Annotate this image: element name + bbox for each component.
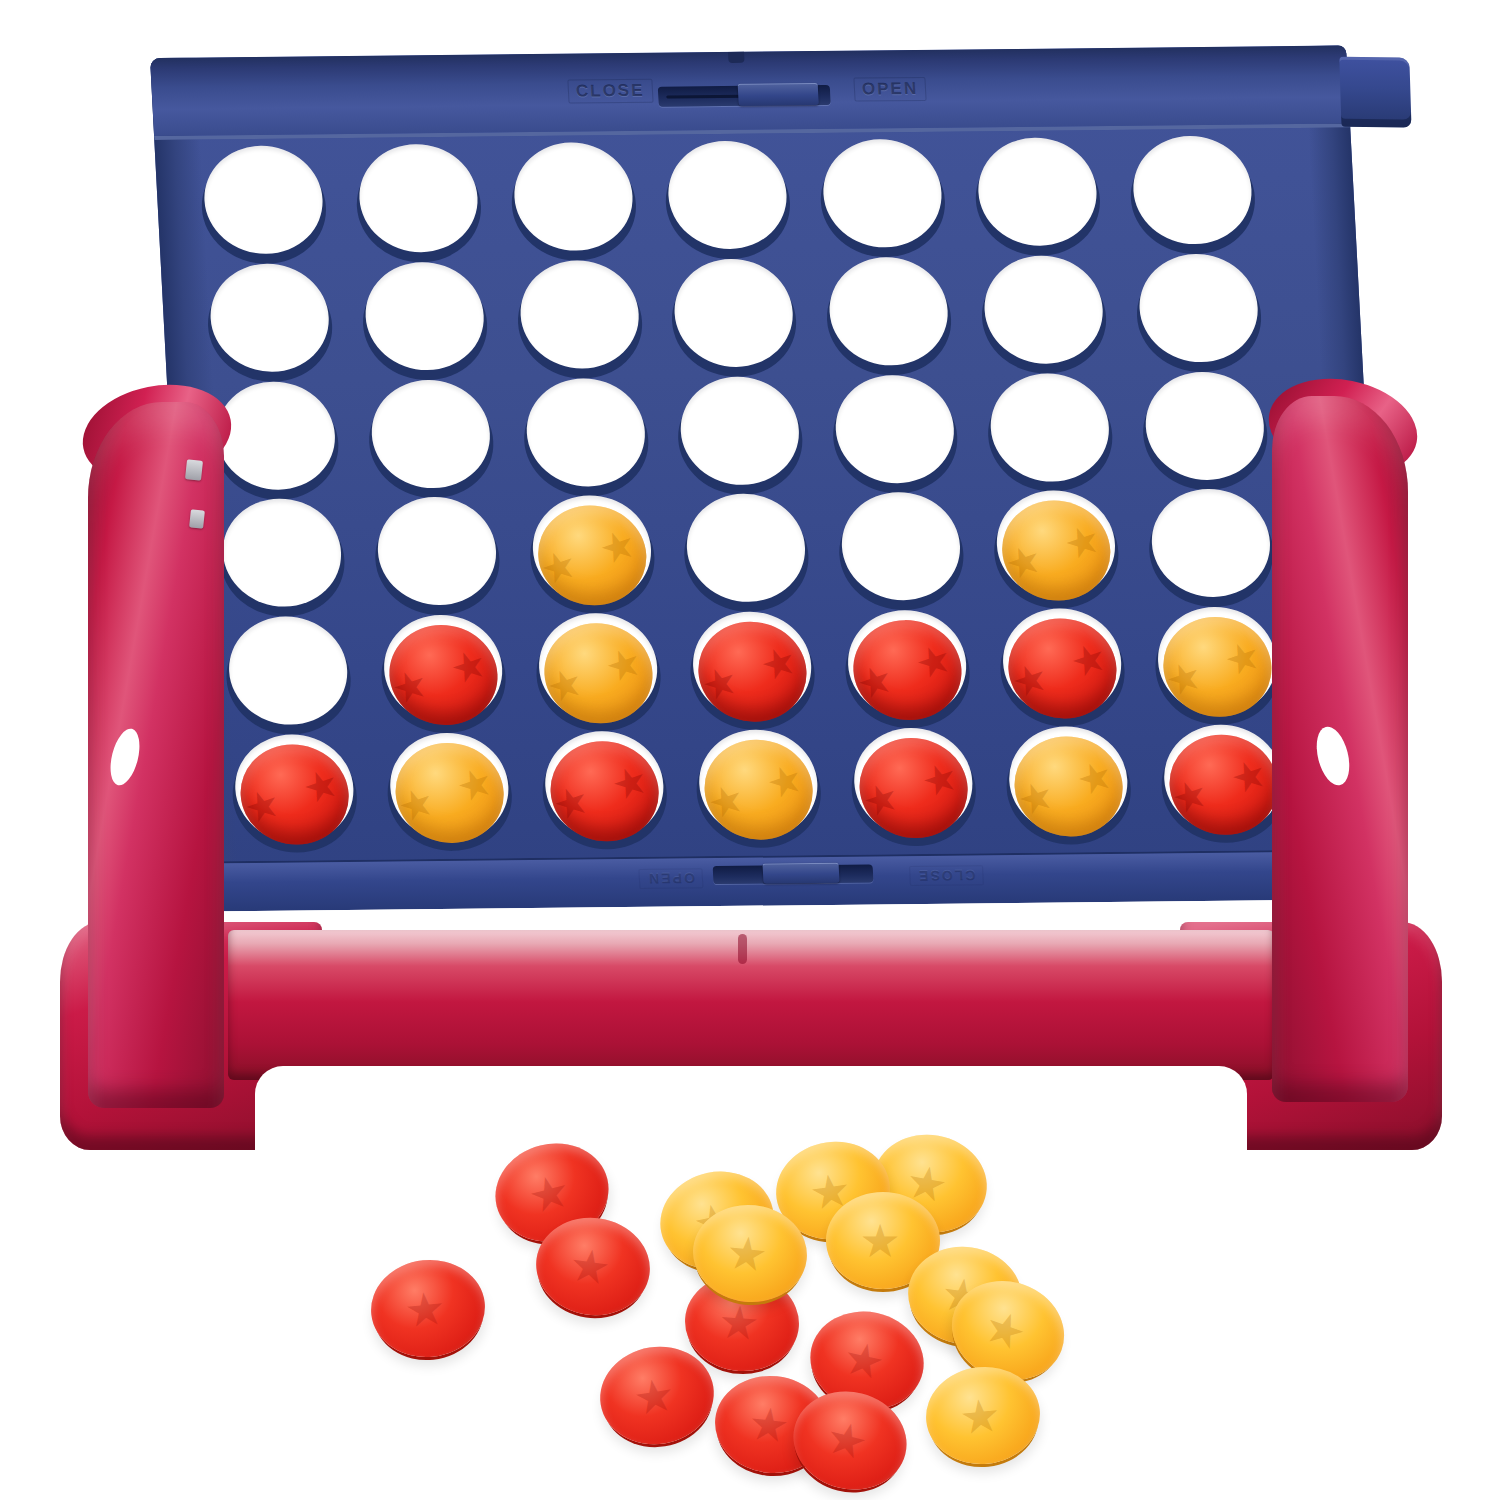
base-center-pin bbox=[738, 934, 747, 964]
board-right-edge bbox=[1304, 45, 1391, 897]
board-hinge-arm bbox=[1339, 57, 1411, 128]
cell-c7r4 bbox=[1146, 487, 1276, 604]
disc-star-emboss: ★ ★ bbox=[702, 754, 815, 826]
cell-c7r5: ★ ★ bbox=[1152, 604, 1282, 721]
disc-star-emboss: ★ bbox=[402, 1283, 454, 1334]
cell-c5r5: ★ ★ bbox=[842, 608, 972, 725]
cell-c1r4 bbox=[217, 496, 347, 613]
disc-star-emboss: ★ bbox=[839, 1333, 895, 1388]
cell-c3r3 bbox=[520, 375, 650, 492]
cell-c6r5: ★ ★ bbox=[997, 606, 1127, 723]
cell-c2r4 bbox=[372, 495, 502, 612]
disc-star-emboss: ★ bbox=[746, 1399, 798, 1450]
cell-c1r3 bbox=[211, 379, 341, 496]
disc-star-emboss: ★ ★ bbox=[1167, 749, 1280, 821]
cell-c1r5 bbox=[223, 614, 353, 731]
close-label: CLOSE bbox=[567, 79, 653, 104]
disc-star-emboss: ★ bbox=[566, 1240, 619, 1292]
cell-c1r6: ★ ★ bbox=[229, 732, 359, 849]
disc-star-emboss: ★ ★ bbox=[1161, 631, 1274, 703]
board-top-bar: CLOSE OPEN bbox=[150, 45, 1350, 139]
disc-star-emboss: ★ ★ bbox=[541, 638, 654, 710]
disc-star-emboss: ★ ★ bbox=[696, 636, 809, 708]
cell-c2r2 bbox=[360, 259, 490, 376]
cell-c5r6: ★ ★ bbox=[849, 725, 979, 842]
cell-c2r1 bbox=[353, 142, 483, 259]
cell-c7r3 bbox=[1140, 369, 1270, 486]
cell-c3r1 bbox=[508, 140, 638, 257]
cell-c4r2 bbox=[669, 256, 799, 373]
cell-c4r3 bbox=[675, 374, 805, 491]
top-slider-handle bbox=[738, 83, 819, 106]
cell-c6r2 bbox=[979, 253, 1109, 370]
cell-c6r4: ★ ★ bbox=[991, 488, 1121, 605]
cell-c3r6: ★ ★ bbox=[539, 729, 669, 846]
top-slider-slot bbox=[658, 85, 831, 107]
bottom-open-label: OPEN bbox=[639, 868, 704, 889]
cell-c6r6: ★ ★ bbox=[1003, 724, 1133, 841]
disc-star-emboss: ★ bbox=[630, 1369, 684, 1422]
connect-four-board: CLOSE OPEN ★ ★★ ★★ ★★ ★★ ★★ ★★ ★★ ★★ ★★ … bbox=[150, 45, 1391, 909]
left-leg-hole bbox=[105, 726, 144, 789]
top-bar-notch bbox=[728, 52, 745, 63]
bottom-slider-slot bbox=[713, 864, 874, 884]
disc-star-emboss: ★ bbox=[978, 1301, 1038, 1360]
cell-c4r4 bbox=[681, 492, 811, 609]
cell-c1r2 bbox=[205, 261, 335, 378]
base-arch-opening bbox=[255, 1066, 1247, 1158]
base-crossbar bbox=[228, 930, 1274, 1080]
disc-star-emboss: ★ bbox=[524, 1164, 581, 1220]
disc-star-emboss: ★ bbox=[822, 1412, 879, 1468]
disc-star-emboss: ★ ★ bbox=[851, 634, 964, 706]
cell-c3r5: ★ ★ bbox=[533, 611, 663, 728]
disc-star-emboss: ★ ★ bbox=[535, 520, 648, 592]
cell-c3r2 bbox=[514, 258, 644, 375]
cell-c5r1 bbox=[818, 137, 948, 254]
cell-c6r1 bbox=[973, 135, 1103, 252]
cell-c7r1 bbox=[1127, 133, 1257, 250]
disc-star-emboss: ★ ★ bbox=[1012, 750, 1125, 822]
disc-star-emboss: ★ bbox=[859, 1218, 906, 1264]
cell-c3r4: ★ ★ bbox=[527, 493, 657, 610]
disc-star-emboss: ★ bbox=[957, 1390, 1009, 1441]
cell-c5r3 bbox=[830, 372, 960, 489]
cell-c7r6: ★ ★ bbox=[1158, 722, 1288, 839]
cell-c4r5: ★ ★ bbox=[688, 609, 818, 726]
disc-star-emboss: ★ bbox=[717, 1298, 767, 1347]
open-label: OPEN bbox=[853, 77, 926, 102]
bottom-close-label: CLOSE bbox=[909, 865, 984, 886]
cell-c1r1 bbox=[199, 143, 329, 260]
slider-pin bbox=[666, 95, 745, 99]
cell-c5r4 bbox=[836, 490, 966, 607]
disc-star-emboss: ★ ★ bbox=[238, 759, 351, 831]
cell-c4r1 bbox=[663, 138, 793, 255]
disc-star-emboss: ★ ★ bbox=[1006, 633, 1119, 705]
disc-star-emboss: ★ ★ bbox=[857, 752, 970, 824]
cell-c4r6: ★ ★ bbox=[694, 727, 824, 844]
cell-c2r5: ★ ★ bbox=[378, 613, 508, 730]
disc-star-emboss: ★ ★ bbox=[1000, 515, 1113, 587]
right-foot bbox=[1180, 922, 1442, 1150]
cell-c6r3 bbox=[985, 371, 1115, 488]
board-bottom-bar: OPEN CLOSE bbox=[192, 849, 1391, 911]
cell-c2r3 bbox=[366, 377, 496, 494]
loose-disc-red: ★ bbox=[366, 1254, 490, 1362]
cell-c5r2 bbox=[824, 254, 954, 371]
disc-star-emboss: ★ bbox=[724, 1228, 776, 1279]
disc-star-emboss: ★ ★ bbox=[393, 757, 506, 829]
disc-star-emboss: ★ ★ bbox=[387, 639, 500, 711]
bottom-slider-handle bbox=[763, 863, 840, 884]
cell-c7r2 bbox=[1133, 251, 1263, 368]
disc-star-emboss: ★ ★ bbox=[548, 755, 661, 827]
cell-c2r6: ★ ★ bbox=[384, 730, 514, 847]
left-foot bbox=[60, 922, 322, 1150]
